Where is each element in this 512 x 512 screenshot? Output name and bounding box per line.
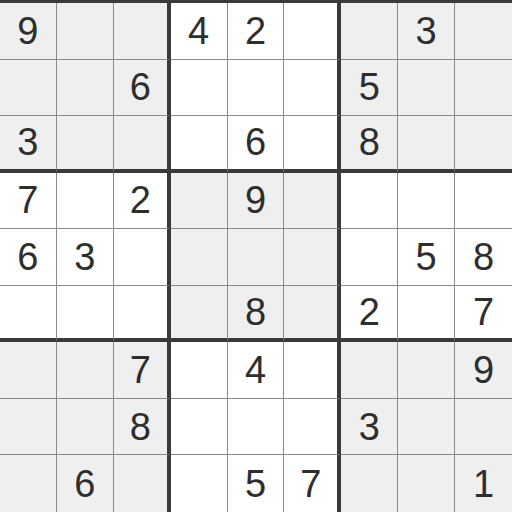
sudoku-cell[interactable]: 9: [0, 3, 57, 60]
sudoku-cell[interactable]: [455, 116, 512, 173]
sudoku-cell[interactable]: [398, 60, 455, 117]
sudoku-cell[interactable]: [398, 455, 455, 512]
sudoku-cell[interactable]: 3: [341, 399, 398, 456]
sudoku-cell[interactable]: 4: [228, 342, 285, 399]
sudoku-cell[interactable]: [0, 60, 57, 117]
sudoku-cell[interactable]: 8: [455, 229, 512, 286]
sudoku-cell[interactable]: [0, 455, 57, 512]
sudoku-board: 9423653687296358827749836571: [0, 0, 512, 512]
sudoku-cell[interactable]: [455, 399, 512, 456]
sudoku-cell[interactable]: [57, 399, 114, 456]
sudoku-cell[interactable]: [455, 60, 512, 117]
sudoku-cell[interactable]: [284, 399, 341, 456]
sudoku-cell[interactable]: [284, 116, 341, 173]
sudoku-cell[interactable]: [114, 229, 171, 286]
sudoku-cell[interactable]: [114, 3, 171, 60]
sudoku-cell[interactable]: 2: [228, 3, 285, 60]
sudoku-cell[interactable]: [171, 399, 228, 456]
sudoku-cell[interactable]: 6: [0, 229, 57, 286]
sudoku-cell[interactable]: [0, 286, 57, 343]
sudoku-cell[interactable]: [228, 399, 285, 456]
sudoku-cell[interactable]: 8: [341, 116, 398, 173]
sudoku-cell[interactable]: 8: [114, 399, 171, 456]
sudoku-cell[interactable]: 3: [0, 116, 57, 173]
sudoku-cell[interactable]: 2: [341, 286, 398, 343]
sudoku-cell[interactable]: [228, 60, 285, 117]
sudoku-cell[interactable]: 3: [57, 229, 114, 286]
sudoku-cell[interactable]: 6: [57, 455, 114, 512]
sudoku-cell[interactable]: [455, 3, 512, 60]
sudoku-cell[interactable]: 8: [228, 286, 285, 343]
sudoku-cell[interactable]: 6: [114, 60, 171, 117]
sudoku-cell[interactable]: [341, 3, 398, 60]
sudoku-cell[interactable]: [341, 173, 398, 230]
sudoku-cell[interactable]: 7: [114, 342, 171, 399]
sudoku-cell[interactable]: 9: [455, 342, 512, 399]
sudoku-cell[interactable]: [284, 342, 341, 399]
sudoku-cell[interactable]: [57, 60, 114, 117]
sudoku-cell[interactable]: [398, 286, 455, 343]
sudoku-cell[interactable]: [171, 60, 228, 117]
sudoku-cell[interactable]: [171, 286, 228, 343]
sudoku-cell[interactable]: [171, 229, 228, 286]
sudoku-cell[interactable]: [57, 173, 114, 230]
sudoku-cell[interactable]: 7: [0, 173, 57, 230]
sudoku-cell[interactable]: [171, 116, 228, 173]
sudoku-cell[interactable]: [0, 342, 57, 399]
sudoku-cell[interactable]: 3: [398, 3, 455, 60]
sudoku-cell[interactable]: [114, 286, 171, 343]
sudoku-cell[interactable]: [284, 60, 341, 117]
sudoku-cell[interactable]: 2: [114, 173, 171, 230]
sudoku-cell[interactable]: 5: [228, 455, 285, 512]
sudoku-cell[interactable]: [0, 399, 57, 456]
sudoku-cell[interactable]: [171, 173, 228, 230]
sudoku-cell[interactable]: [398, 116, 455, 173]
sudoku-cell[interactable]: 9: [228, 173, 285, 230]
sudoku-cell[interactable]: 7: [284, 455, 341, 512]
sudoku-cell[interactable]: 6: [228, 116, 285, 173]
sudoku-cell[interactable]: [114, 455, 171, 512]
sudoku-cell[interactable]: [398, 342, 455, 399]
sudoku-cell[interactable]: 4: [171, 3, 228, 60]
sudoku-cell[interactable]: [114, 116, 171, 173]
sudoku-cell[interactable]: [341, 342, 398, 399]
sudoku-cell[interactable]: [284, 229, 341, 286]
sudoku-cell[interactable]: [57, 3, 114, 60]
sudoku-cell[interactable]: [398, 173, 455, 230]
sudoku-cell[interactable]: [57, 286, 114, 343]
sudoku-cell[interactable]: 5: [398, 229, 455, 286]
sudoku-cell[interactable]: [341, 229, 398, 286]
sudoku-cell[interactable]: [284, 3, 341, 60]
sudoku-cell[interactable]: 5: [341, 60, 398, 117]
sudoku-cell[interactable]: [57, 116, 114, 173]
sudoku-cell[interactable]: 1: [455, 455, 512, 512]
sudoku-cell[interactable]: [171, 455, 228, 512]
sudoku-cell[interactable]: [171, 342, 228, 399]
sudoku-cell[interactable]: [341, 455, 398, 512]
sudoku-cell[interactable]: 7: [455, 286, 512, 343]
sudoku-cell[interactable]: [228, 229, 285, 286]
sudoku-cell[interactable]: [284, 286, 341, 343]
sudoku-cell[interactable]: [398, 399, 455, 456]
sudoku-cell[interactable]: [455, 173, 512, 230]
sudoku-cell[interactable]: [284, 173, 341, 230]
sudoku-cell[interactable]: [57, 342, 114, 399]
